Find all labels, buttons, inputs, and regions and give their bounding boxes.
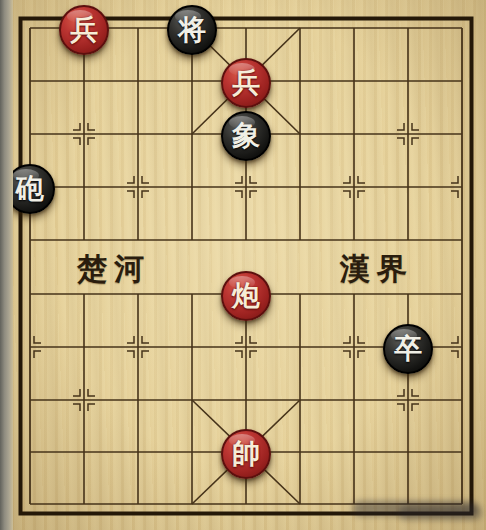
- piece-red-general[interactable]: 帥: [221, 429, 271, 479]
- piece-black-general[interactable]: 将: [167, 5, 217, 55]
- piece-label: 砲: [16, 175, 44, 203]
- river-label-han-jie: 漢界: [340, 249, 414, 290]
- river-label-chu-he: 楚河: [77, 249, 151, 290]
- piece-label: 兵: [70, 16, 98, 44]
- window-edge-strip: [0, 0, 13, 530]
- piece-black-soldier[interactable]: 卒: [383, 324, 433, 374]
- piece-label: 炮: [232, 282, 260, 310]
- piece-label: 卒: [394, 335, 422, 363]
- piece-red-cannon[interactable]: 炮: [221, 271, 271, 321]
- xiangqi-board-screenshot: 楚河 漢界 兵将兵象砲炮卒帥: [0, 0, 486, 530]
- piece-red-soldier-a[interactable]: 兵: [59, 5, 109, 55]
- piece-label: 象: [232, 122, 260, 150]
- piece-label: 将: [178, 16, 206, 44]
- piece-black-elephant[interactable]: 象: [221, 111, 271, 161]
- piece-label: 帥: [232, 440, 260, 468]
- piece-red-soldier-b[interactable]: 兵: [221, 58, 271, 108]
- piece-label: 兵: [232, 69, 260, 97]
- watermark-smudge: [398, 506, 482, 520]
